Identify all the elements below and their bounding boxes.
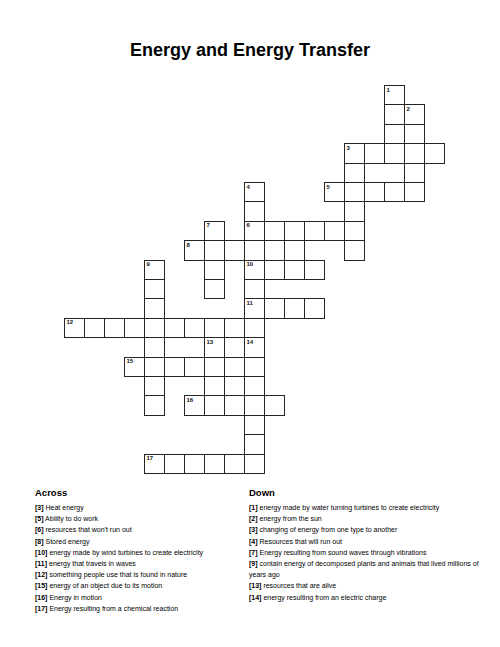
clue-item: [13] resources that are alive xyxy=(249,580,479,591)
across-header: Across xyxy=(35,487,247,498)
cell-number: 17 xyxy=(147,455,154,461)
grid-cell[interactable]: 11 xyxy=(244,298,265,318)
grid-cell[interactable] xyxy=(344,182,365,202)
grid-cell[interactable] xyxy=(264,260,285,280)
grid-cell[interactable] xyxy=(304,298,325,318)
across-clue-list: [3] Heat energy[5] Ability to do work[6]… xyxy=(35,502,247,614)
grid-cell[interactable]: 3 xyxy=(344,143,365,163)
grid-cell[interactable] xyxy=(184,357,205,377)
cell-number: 13 xyxy=(207,339,214,345)
grid-cell[interactable]: 8 xyxy=(184,240,205,260)
grid-cell[interactable] xyxy=(324,221,345,241)
cell-number: 9 xyxy=(147,261,150,267)
grid-cell[interactable] xyxy=(204,260,225,280)
grid-cell[interactable] xyxy=(344,201,365,221)
clue-item: [3] changing of energy from one type to … xyxy=(249,524,479,535)
grid-cell[interactable]: 12 xyxy=(64,318,85,338)
grid-cell[interactable] xyxy=(384,143,405,163)
cell-number: 14 xyxy=(247,339,254,345)
grid-cell[interactable] xyxy=(144,357,165,377)
grid-cell[interactable] xyxy=(284,221,305,241)
grid-cell[interactable]: 9 xyxy=(144,260,165,280)
grid-cell[interactable] xyxy=(244,376,265,396)
clue-item: [10] energy made by wind turbines to cre… xyxy=(35,547,247,558)
grid-cell[interactable] xyxy=(164,357,185,377)
grid-cell[interactable]: 2 xyxy=(404,104,425,124)
grid-cell[interactable] xyxy=(244,240,265,260)
grid-cell[interactable] xyxy=(244,279,265,299)
clue-item: [11] energy that travels in waves xyxy=(35,558,247,569)
clue-item: [17] Energy resulting from a chemical re… xyxy=(35,603,247,614)
down-clues-section: Down [1] energy made by water turning tu… xyxy=(249,487,479,603)
grid-cell[interactable] xyxy=(264,221,285,241)
grid-cell[interactable] xyxy=(144,279,165,299)
clue-item: [3] Heat energy xyxy=(35,502,247,513)
cell-number: 1 xyxy=(387,87,390,93)
clue-item: [8] Stored energy xyxy=(35,536,247,547)
grid-cell[interactable] xyxy=(224,240,245,260)
grid-cell[interactable] xyxy=(244,415,265,435)
grid-cell[interactable]: 5 xyxy=(324,182,345,202)
grid-cell[interactable] xyxy=(204,240,225,260)
clue-item: [1] energy made by water turning turbine… xyxy=(249,502,479,513)
grid-cell[interactable] xyxy=(404,143,425,163)
cell-number: 15 xyxy=(127,358,134,364)
grid-cell[interactable] xyxy=(424,143,445,163)
grid-cell[interactable] xyxy=(164,454,185,474)
clue-item: [7] Energy resulting from sound waves th… xyxy=(249,547,479,558)
grid-cell[interactable]: 13 xyxy=(204,337,225,357)
clue-item: [4] Resources that will run out xyxy=(249,536,479,547)
clue-item: [14] energy resulting from an electric c… xyxy=(249,592,479,603)
grid-cell[interactable] xyxy=(404,163,425,183)
cell-number: 12 xyxy=(67,319,74,325)
grid-cell[interactable] xyxy=(144,318,165,338)
down-clue-list: [1] energy made by water turning turbine… xyxy=(249,502,479,603)
cell-number: 11 xyxy=(247,300,253,306)
grid-cell[interactable]: 16 xyxy=(184,395,205,415)
grid-cell[interactable] xyxy=(284,260,305,280)
cell-number: 5 xyxy=(327,184,330,190)
grid-cell[interactable] xyxy=(404,124,425,144)
grid-cell[interactable] xyxy=(224,318,245,338)
grid-cell[interactable] xyxy=(264,298,285,318)
grid-cell[interactable] xyxy=(244,357,265,377)
grid-cell[interactable] xyxy=(244,318,265,338)
grid-cell[interactable]: 17 xyxy=(144,454,165,474)
grid-cell[interactable] xyxy=(244,434,265,454)
grid-cell[interactable] xyxy=(284,298,305,318)
grid-cell[interactable] xyxy=(144,298,165,318)
grid-cell[interactable] xyxy=(204,279,225,299)
cell-number: 8 xyxy=(187,242,190,248)
clue-item: [6] resources that won't run out xyxy=(35,524,247,535)
grid-cell[interactable] xyxy=(364,143,385,163)
grid-cell[interactable]: 6 xyxy=(244,221,265,241)
grid-cell[interactable] xyxy=(144,376,165,396)
grid-cell[interactable] xyxy=(344,221,365,241)
grid-cell[interactable] xyxy=(244,395,265,415)
grid-cell[interactable] xyxy=(164,318,185,338)
cell-number: 6 xyxy=(247,222,250,228)
grid-cell[interactable] xyxy=(204,395,225,415)
grid-cell[interactable] xyxy=(144,337,165,357)
grid-cell[interactable] xyxy=(244,454,265,474)
clue-item: [2] energy from the sun xyxy=(249,513,479,524)
grid-cell[interactable] xyxy=(204,357,225,377)
grid-cell[interactable] xyxy=(184,454,205,474)
clue-item: [16] Energy in motion xyxy=(35,592,247,603)
grid-cell[interactable] xyxy=(344,163,365,183)
grid-cell[interactable] xyxy=(304,221,325,241)
grid-cell[interactable] xyxy=(384,104,405,124)
cell-number: 3 xyxy=(347,145,350,151)
grid-cell[interactable]: 15 xyxy=(124,357,145,377)
grid-cell[interactable] xyxy=(264,395,285,415)
grid-cell[interactable] xyxy=(204,454,225,474)
grid-cell[interactable] xyxy=(224,454,245,474)
grid-cell[interactable] xyxy=(184,318,205,338)
grid-cell[interactable]: 4 xyxy=(244,182,265,202)
grid-cell[interactable] xyxy=(144,395,165,415)
grid-cell[interactable] xyxy=(344,240,365,260)
cell-number: 2 xyxy=(407,106,410,112)
grid-cell[interactable] xyxy=(384,182,405,202)
cell-number: 4 xyxy=(247,184,250,190)
grid-cell[interactable] xyxy=(204,318,225,338)
crossword-grid: 1234576891011121314151617 xyxy=(64,85,445,474)
cell-number: 16 xyxy=(187,397,194,403)
grid-cell[interactable]: 10 xyxy=(244,260,265,280)
clue-item: [15] energy of an object due to its moti… xyxy=(35,580,247,591)
grid-cell[interactable] xyxy=(264,240,285,260)
grid-cell[interactable] xyxy=(384,124,405,144)
clue-item: [5] Ability to do work xyxy=(35,513,247,524)
grid-cell[interactable]: 7 xyxy=(204,221,225,241)
grid-cell[interactable] xyxy=(244,201,265,221)
grid-cell[interactable] xyxy=(84,318,105,338)
grid-cell[interactable] xyxy=(124,318,145,338)
clue-item: [9] contain energy of decomposed plants … xyxy=(249,558,479,580)
across-clues-section: Across [3] Heat energy[5] Ability to do … xyxy=(35,487,247,614)
down-header: Down xyxy=(249,487,479,498)
grid-cell[interactable] xyxy=(104,318,125,338)
page-title: Energy and Energy Transfer xyxy=(0,40,500,61)
grid-cell[interactable] xyxy=(224,395,245,415)
grid-cell[interactable] xyxy=(284,240,305,260)
grid-cell[interactable] xyxy=(304,260,325,280)
cell-number: 7 xyxy=(207,222,210,228)
grid-cell[interactable] xyxy=(404,182,425,202)
cell-number: 10 xyxy=(247,261,254,267)
clue-item: [12] something people use that is found … xyxy=(35,569,247,580)
grid-cell[interactable]: 1 xyxy=(384,85,405,105)
grid-cell[interactable] xyxy=(364,182,385,202)
grid-cell[interactable] xyxy=(204,376,225,396)
grid-cell[interactable] xyxy=(224,357,245,377)
grid-cell[interactable]: 14 xyxy=(244,337,265,357)
